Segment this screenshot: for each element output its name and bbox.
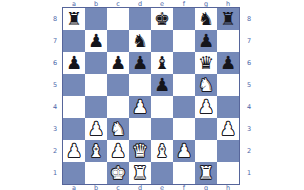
- piece-black-pawn-a6[interactable]: ♟: [63, 52, 85, 74]
- square-g6[interactable]: ♛: [195, 52, 217, 74]
- piece-white-pawn-f2[interactable]: ♟: [173, 140, 195, 162]
- rank-label-1: 1: [51, 162, 59, 184]
- file-labels-bottom: abcdefgh: [63, 185, 239, 190]
- file-label-c: c: [107, 185, 129, 190]
- rank-label-6: 6: [245, 52, 253, 74]
- square-b2[interactable]: ♝: [85, 140, 107, 162]
- piece-white-bishop-b2[interactable]: ♝: [85, 140, 107, 162]
- square-a2[interactable]: ♟: [63, 140, 85, 162]
- square-d4[interactable]: ♟: [129, 96, 151, 118]
- piece-black-pawn-b7[interactable]: ♟: [85, 30, 107, 52]
- square-c4[interactable]: [107, 96, 129, 118]
- square-b6[interactable]: [85, 52, 107, 74]
- square-b4[interactable]: [85, 96, 107, 118]
- page-background: abcdefgh 87654321 ♜♚♞♜♟♞♟♟♟♟♝♛♟♟♞♟♟♟♞♟♟♝…: [0, 0, 304, 190]
- piece-black-pawn-e5[interactable]: ♟: [151, 74, 173, 96]
- piece-black-knight-d7[interactable]: ♞: [129, 30, 151, 52]
- file-label-b: b: [85, 185, 107, 190]
- square-e7[interactable]: [151, 30, 173, 52]
- square-h5[interactable]: [217, 74, 239, 96]
- rank-label-8: 8: [51, 8, 59, 30]
- piece-white-pawn-d4[interactable]: ♟: [129, 96, 151, 118]
- square-b7[interactable]: ♟: [85, 30, 107, 52]
- piece-white-bishop-e2[interactable]: ♝: [151, 140, 173, 162]
- square-c8[interactable]: [107, 8, 129, 30]
- square-c5[interactable]: [107, 74, 129, 96]
- square-a4[interactable]: [63, 96, 85, 118]
- piece-white-knight-c3[interactable]: ♞: [107, 118, 129, 140]
- square-c1[interactable]: ♚: [107, 162, 129, 184]
- square-f5[interactable]: [173, 74, 195, 96]
- square-g1[interactable]: ♜: [195, 162, 217, 184]
- file-label-a: a: [63, 185, 85, 190]
- square-d7[interactable]: ♞: [129, 30, 151, 52]
- piece-black-rook-a8[interactable]: ♜: [63, 8, 85, 30]
- piece-black-bishop-e6[interactable]: ♝: [151, 52, 173, 74]
- rank-label-3: 3: [51, 118, 59, 140]
- square-a5[interactable]: [63, 74, 85, 96]
- piece-black-rook-h8[interactable]: ♜: [217, 8, 239, 30]
- square-h6[interactable]: ♟: [217, 52, 239, 74]
- piece-white-rook-d1[interactable]: ♜: [129, 162, 151, 184]
- square-a8[interactable]: ♜: [63, 8, 85, 30]
- square-g8[interactable]: ♞: [195, 8, 217, 30]
- piece-white-pawn-b3[interactable]: ♟: [85, 118, 107, 140]
- piece-black-pawn-g7[interactable]: ♟: [195, 30, 217, 52]
- square-f1[interactable]: [173, 162, 195, 184]
- piece-black-knight-g8[interactable]: ♞: [195, 8, 217, 30]
- rank-label-6: 6: [51, 52, 59, 74]
- piece-white-pawn-g4[interactable]: ♟: [195, 96, 217, 118]
- rank-label-7: 7: [245, 30, 253, 52]
- square-f7[interactable]: [173, 30, 195, 52]
- rank-label-2: 2: [51, 140, 59, 162]
- square-h3[interactable]: ♟: [217, 118, 239, 140]
- square-e2[interactable]: ♝: [151, 140, 173, 162]
- file-label-e: e: [151, 185, 173, 190]
- square-g3[interactable]: [195, 118, 217, 140]
- file-label-h: h: [217, 185, 239, 190]
- piece-black-queen-g6[interactable]: ♛: [195, 52, 217, 74]
- piece-black-pawn-c6[interactable]: ♟: [107, 52, 129, 74]
- square-e8[interactable]: ♚: [151, 8, 173, 30]
- square-e5[interactable]: ♟: [151, 74, 173, 96]
- square-f2[interactable]: ♟: [173, 140, 195, 162]
- square-b3[interactable]: ♟: [85, 118, 107, 140]
- square-b8[interactable]: [85, 8, 107, 30]
- square-c7[interactable]: [107, 30, 129, 52]
- piece-white-king-c1[interactable]: ♚: [107, 162, 129, 184]
- rank-label-3: 3: [245, 118, 253, 140]
- square-f8[interactable]: [173, 8, 195, 30]
- square-h2[interactable]: [217, 140, 239, 162]
- square-f6[interactable]: [173, 52, 195, 74]
- square-a1[interactable]: [63, 162, 85, 184]
- file-label-f: f: [173, 185, 195, 190]
- square-h7[interactable]: [217, 30, 239, 52]
- square-e6[interactable]: ♝: [151, 52, 173, 74]
- square-b1[interactable]: [85, 162, 107, 184]
- square-d8[interactable]: [129, 8, 151, 30]
- square-f4[interactable]: [173, 96, 195, 118]
- file-label-g: g: [195, 185, 217, 190]
- rank-label-1: 1: [245, 162, 253, 184]
- square-c2[interactable]: ♟: [107, 140, 129, 162]
- piece-white-rook-g1[interactable]: ♜: [195, 162, 217, 184]
- square-d2[interactable]: ♛: [129, 140, 151, 162]
- piece-white-queen-d2[interactable]: ♛: [129, 140, 151, 162]
- piece-white-pawn-h3[interactable]: ♟: [217, 118, 239, 140]
- chess-board: ♜♚♞♜♟♞♟♟♟♟♝♛♟♟♞♟♟♟♞♟♟♝♟♛♝♟♚♜♜: [62, 7, 240, 185]
- square-c6[interactable]: ♟: [107, 52, 129, 74]
- piece-black-pawn-d6[interactable]: ♟: [129, 52, 151, 74]
- piece-white-knight-g5[interactable]: ♞: [195, 74, 217, 96]
- rank-label-4: 4: [245, 96, 253, 118]
- rank-labels-right: 87654321: [245, 8, 253, 184]
- square-a6[interactable]: ♟: [63, 52, 85, 74]
- square-c3[interactable]: ♞: [107, 118, 129, 140]
- square-d1[interactable]: ♜: [129, 162, 151, 184]
- rank-label-4: 4: [51, 96, 59, 118]
- square-a7[interactable]: [63, 30, 85, 52]
- square-d3[interactable]: [129, 118, 151, 140]
- square-h1[interactable]: [217, 162, 239, 184]
- piece-white-pawn-c2[interactable]: ♟: [107, 140, 129, 162]
- square-d5[interactable]: [129, 74, 151, 96]
- square-g7[interactable]: ♟: [195, 30, 217, 52]
- square-g2[interactable]: [195, 140, 217, 162]
- square-g5[interactable]: ♞: [195, 74, 217, 96]
- square-f3[interactable]: [173, 118, 195, 140]
- piece-black-pawn-h6[interactable]: ♟: [217, 52, 239, 74]
- rank-label-2: 2: [245, 140, 253, 162]
- square-d6[interactable]: ♟: [129, 52, 151, 74]
- square-b5[interactable]: [85, 74, 107, 96]
- square-g4[interactable]: ♟: [195, 96, 217, 118]
- file-label-d: d: [129, 185, 151, 190]
- square-e3[interactable]: [151, 118, 173, 140]
- piece-black-king-e8[interactable]: ♚: [151, 8, 173, 30]
- rank-label-8: 8: [245, 8, 253, 30]
- square-a3[interactable]: [63, 118, 85, 140]
- square-h4[interactable]: [217, 96, 239, 118]
- rank-label-5: 5: [245, 74, 253, 96]
- square-h8[interactable]: ♜: [217, 8, 239, 30]
- square-e1[interactable]: [151, 162, 173, 184]
- rank-labels-left: 87654321: [51, 8, 59, 184]
- square-e4[interactable]: [151, 96, 173, 118]
- rank-label-7: 7: [51, 30, 59, 52]
- rank-label-5: 5: [51, 74, 59, 96]
- piece-white-pawn-a2[interactable]: ♟: [63, 140, 85, 162]
